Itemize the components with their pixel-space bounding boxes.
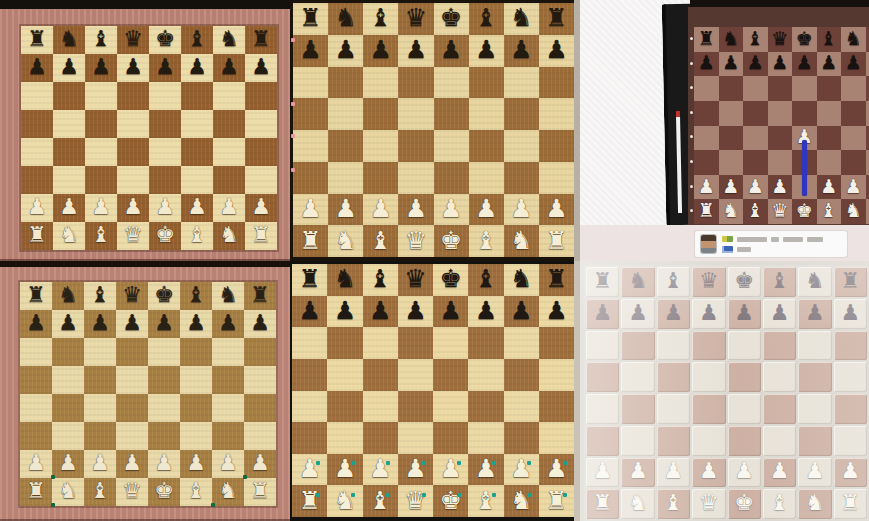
black-pawn[interactable]: ♟	[91, 56, 111, 78]
square-f2[interactable]: ♟	[181, 194, 213, 222]
white-pawn[interactable]: ♟	[370, 196, 392, 221]
black-bishop[interactable]: ♝	[90, 284, 110, 306]
white-bishop[interactable]: ♝	[770, 492, 790, 514]
square-d6[interactable]	[117, 82, 149, 110]
square-h7[interactable]: ♟	[245, 54, 277, 82]
white-pawn[interactable]: ♟	[58, 452, 78, 474]
square-e5[interactable]	[149, 110, 181, 138]
black-pawn[interactable]: ♟	[299, 37, 321, 62]
square-g6[interactable]	[841, 76, 866, 101]
white-pawn[interactable]: ♟	[747, 177, 764, 196]
square-c6[interactable]	[84, 338, 116, 366]
square-h7[interactable]: ♟	[834, 299, 867, 329]
black-pawn[interactable]: ♟	[186, 312, 206, 334]
square-g5[interactable]	[841, 101, 866, 126]
square-b4[interactable]	[328, 130, 363, 162]
square-g6[interactable]	[504, 327, 539, 359]
square-f6[interactable]	[180, 338, 212, 366]
black-pawn[interactable]: ♟	[155, 56, 175, 78]
white-pawn[interactable]: ♟	[405, 196, 427, 221]
black-pawn[interactable]: ♟	[334, 37, 356, 62]
square-g1[interactable]: ♞	[213, 222, 245, 250]
white-knight[interactable]: ♞	[628, 492, 648, 514]
black-knight[interactable]: ♞	[219, 28, 239, 50]
square-f8[interactable]: ♝	[181, 26, 213, 54]
white-rook[interactable]: ♜	[250, 480, 270, 502]
square-a7[interactable]: ♟	[694, 52, 719, 77]
square-a6[interactable]	[292, 327, 327, 359]
square-f3[interactable]	[469, 162, 504, 194]
white-knight[interactable]: ♞	[722, 201, 739, 220]
square-b1[interactable]: ♞	[719, 199, 744, 224]
square-d1[interactable]: ♛	[117, 222, 149, 250]
square-h2[interactable]: ♟	[866, 175, 869, 200]
black-bishop[interactable]: ♝	[475, 5, 497, 30]
square-d1[interactable]: ♛	[398, 225, 433, 257]
square-c8[interactable]: ♝	[743, 27, 768, 52]
white-pawn[interactable]: ♟	[59, 196, 79, 218]
square-h4[interactable]	[539, 391, 574, 423]
square-b6[interactable]	[327, 327, 362, 359]
white-king[interactable]: ♚	[440, 228, 462, 253]
black-bishop[interactable]: ♝	[187, 28, 207, 50]
square-e6[interactable]	[433, 327, 468, 359]
square-a2[interactable]: ♟	[20, 450, 52, 478]
square-f7[interactable]: ♟	[468, 296, 503, 328]
square-g2[interactable]: ♟	[504, 454, 539, 486]
black-rook[interactable]: ♜	[26, 284, 46, 306]
square-b8[interactable]: ♞	[327, 264, 362, 296]
square-d7[interactable]: ♟	[116, 310, 148, 338]
square-c6[interactable]	[363, 67, 398, 99]
square-a6[interactable]	[21, 82, 53, 110]
square-c5[interactable]	[84, 366, 116, 394]
square-g8[interactable]: ♞	[798, 267, 831, 297]
white-pawn[interactable]: ♟	[545, 456, 567, 481]
square-a5[interactable]	[21, 110, 53, 138]
square-b8[interactable]: ♞	[621, 267, 654, 297]
black-knight[interactable]: ♞	[510, 5, 532, 30]
white-queen[interactable]: ♛	[122, 480, 142, 502]
square-a2[interactable]: ♟	[293, 194, 328, 226]
square-d2[interactable]: ♟	[398, 194, 433, 226]
square-h6[interactable]	[539, 67, 574, 99]
square-g3[interactable]	[504, 422, 539, 454]
square-e3[interactable]	[434, 162, 469, 194]
square-e4[interactable]	[148, 394, 180, 422]
square-h8[interactable]: ♜	[539, 264, 574, 296]
square-f1[interactable]: ♝	[817, 199, 842, 224]
square-h8[interactable]: ♜	[866, 27, 869, 52]
square-e4[interactable]	[434, 130, 469, 162]
square-c5[interactable]	[743, 101, 768, 126]
square-h1[interactable]: ♜	[834, 489, 867, 519]
player-chip[interactable]	[695, 231, 847, 257]
white-pawn[interactable]: ♟	[722, 177, 739, 196]
square-e7[interactable]: ♟	[728, 299, 761, 329]
square-g3[interactable]	[841, 150, 866, 175]
square-d1[interactable]: ♛	[692, 489, 725, 519]
square-f4[interactable]	[468, 391, 503, 423]
square-c5[interactable]	[363, 98, 398, 130]
square-d6[interactable]	[116, 338, 148, 366]
black-pawn[interactable]: ♟	[26, 312, 46, 334]
white-knight[interactable]: ♞	[334, 228, 356, 253]
square-h2[interactable]: ♟	[244, 450, 276, 478]
black-pawn[interactable]: ♟	[845, 53, 862, 72]
square-b4[interactable]	[52, 394, 84, 422]
black-pawn[interactable]: ♟	[439, 298, 461, 323]
square-e1[interactable]: ♚	[434, 225, 469, 257]
square-d3[interactable]	[692, 426, 725, 456]
square-f4[interactable]	[469, 130, 504, 162]
white-pawn[interactable]: ♟	[298, 456, 320, 481]
square-c8[interactable]: ♝	[363, 3, 398, 35]
square-d4[interactable]	[768, 126, 793, 151]
square-b3[interactable]	[53, 166, 85, 194]
black-queen[interactable]: ♛	[771, 29, 788, 48]
white-pawn[interactable]: ♟	[475, 196, 497, 221]
square-a1[interactable]: ♜	[292, 485, 327, 517]
square-f7[interactable]: ♟	[817, 52, 842, 77]
black-rook[interactable]: ♜	[250, 284, 270, 306]
black-pawn[interactable]: ♟	[796, 53, 813, 72]
square-a2[interactable]: ♟	[292, 454, 327, 486]
black-knight[interactable]: ♞	[722, 29, 739, 48]
square-h8[interactable]: ♜	[834, 267, 867, 297]
square-g2[interactable]: ♟	[213, 194, 245, 222]
square-a8[interactable]: ♜	[293, 3, 328, 35]
square-b8[interactable]: ♞	[719, 27, 744, 52]
black-pawn[interactable]: ♟	[699, 302, 719, 324]
square-g8[interactable]: ♞	[212, 282, 244, 310]
square-a7[interactable]: ♟	[586, 299, 619, 329]
white-pawn[interactable]: ♟	[155, 196, 175, 218]
square-c7[interactable]: ♟	[363, 35, 398, 67]
square-a1[interactable]: ♜	[20, 478, 52, 506]
black-pawn[interactable]: ♟	[123, 56, 143, 78]
black-rook[interactable]: ♜	[299, 5, 321, 30]
square-g4[interactable]	[504, 391, 539, 423]
square-g6[interactable]	[504, 67, 539, 99]
square-a1[interactable]: ♜	[694, 199, 719, 224]
square-h3[interactable]	[539, 162, 574, 194]
square-g3[interactable]	[213, 166, 245, 194]
white-bishop[interactable]: ♝	[187, 224, 207, 246]
black-bishop[interactable]: ♝	[747, 29, 764, 48]
square-e7[interactable]: ♟	[149, 54, 181, 82]
square-f8[interactable]: ♝	[817, 27, 842, 52]
square-b3[interactable]	[327, 422, 362, 454]
square-g2[interactable]: ♟	[798, 458, 831, 488]
square-e4[interactable]	[433, 391, 468, 423]
square-a4[interactable]	[694, 126, 719, 151]
square-g7[interactable]: ♟	[504, 35, 539, 67]
white-bishop[interactable]: ♝	[91, 224, 111, 246]
square-c4[interactable]	[84, 394, 116, 422]
black-pawn[interactable]: ♟	[545, 37, 567, 62]
square-e5[interactable]	[148, 366, 180, 394]
white-pawn[interactable]: ♟	[475, 456, 497, 481]
white-pawn[interactable]: ♟	[219, 196, 239, 218]
square-b7[interactable]: ♟	[719, 52, 744, 77]
black-pawn[interactable]: ♟	[90, 312, 110, 334]
square-a3[interactable]	[292, 422, 327, 454]
square-c1[interactable]: ♝	[84, 478, 116, 506]
square-f5[interactable]	[763, 362, 796, 392]
square-d3[interactable]	[398, 162, 433, 194]
square-b5[interactable]	[53, 110, 85, 138]
square-a4[interactable]	[21, 138, 53, 166]
black-pawn[interactable]: ♟	[510, 37, 532, 62]
square-f3[interactable]	[763, 426, 796, 456]
square-h7[interactable]: ♟	[866, 52, 869, 77]
white-rook[interactable]: ♜	[840, 492, 860, 514]
square-g7[interactable]: ♟	[212, 310, 244, 338]
square-d6[interactable]	[768, 76, 793, 101]
square-f8[interactable]: ♝	[468, 264, 503, 296]
white-pawn[interactable]: ♟	[440, 196, 462, 221]
white-bishop[interactable]: ♝	[475, 228, 497, 253]
black-rook[interactable]: ♜	[27, 28, 47, 50]
square-d8[interactable]: ♛	[398, 264, 433, 296]
white-pawn[interactable]: ♟	[593, 460, 613, 482]
white-pawn[interactable]: ♟	[91, 196, 111, 218]
black-queen[interactable]: ♛	[122, 284, 142, 306]
square-c3[interactable]	[85, 166, 117, 194]
square-b4[interactable]	[53, 138, 85, 166]
black-bishop[interactable]: ♝	[370, 5, 392, 30]
square-g8[interactable]: ♞	[504, 3, 539, 35]
square-d1[interactable]: ♛	[768, 199, 793, 224]
white-pawn[interactable]: ♟	[122, 452, 142, 474]
square-h3[interactable]	[244, 422, 276, 450]
white-pawn[interactable]: ♟	[299, 196, 321, 221]
square-h3[interactable]	[245, 166, 277, 194]
square-h4[interactable]	[866, 126, 869, 151]
square-e8[interactable]: ♚	[434, 3, 469, 35]
square-b4[interactable]	[719, 126, 744, 151]
black-pawn[interactable]: ♟	[27, 56, 47, 78]
square-d3[interactable]	[117, 166, 149, 194]
square-c5[interactable]	[363, 359, 398, 391]
square-c6[interactable]	[85, 82, 117, 110]
black-rook[interactable]: ♜	[298, 266, 320, 291]
square-b8[interactable]: ♞	[53, 26, 85, 54]
square-g4[interactable]	[798, 394, 831, 424]
black-pawn[interactable]: ♟	[122, 312, 142, 334]
black-pawn[interactable]: ♟	[593, 302, 613, 324]
square-h4[interactable]	[834, 394, 867, 424]
white-pawn[interactable]: ♟	[404, 456, 426, 481]
black-pawn[interactable]: ♟	[771, 53, 788, 72]
white-knight[interactable]: ♞	[218, 480, 238, 502]
square-f1[interactable]: ♝	[469, 225, 504, 257]
square-e7[interactable]: ♟	[433, 296, 468, 328]
square-a4[interactable]	[586, 394, 619, 424]
square-e8[interactable]: ♚	[148, 282, 180, 310]
square-g6[interactable]	[212, 338, 244, 366]
square-d7[interactable]: ♟	[398, 35, 433, 67]
square-b6[interactable]	[53, 82, 85, 110]
square-b6[interactable]	[328, 67, 363, 99]
square-g3[interactable]	[798, 426, 831, 456]
white-pawn[interactable]: ♟	[218, 452, 238, 474]
square-a7[interactable]: ♟	[21, 54, 53, 82]
square-e3[interactable]	[148, 422, 180, 450]
square-h7[interactable]: ♟	[539, 35, 574, 67]
square-g2[interactable]: ♟	[212, 450, 244, 478]
square-a4[interactable]	[292, 391, 327, 423]
square-a5[interactable]	[20, 366, 52, 394]
square-f6[interactable]	[817, 76, 842, 101]
square-d7[interactable]: ♟	[398, 296, 433, 328]
white-pawn[interactable]: ♟	[698, 177, 715, 196]
black-pawn[interactable]: ♟	[510, 298, 532, 323]
white-rook[interactable]: ♜	[698, 201, 715, 220]
black-pawn[interactable]: ♟	[219, 56, 239, 78]
square-e5[interactable]	[792, 101, 817, 126]
square-c7[interactable]: ♟	[657, 299, 690, 329]
square-e6[interactable]	[728, 331, 761, 361]
black-king[interactable]: ♚	[440, 5, 462, 30]
white-queen[interactable]: ♛	[771, 201, 788, 220]
black-pawn[interactable]: ♟	[370, 37, 392, 62]
white-bishop[interactable]: ♝	[747, 201, 764, 220]
square-f6[interactable]	[181, 82, 213, 110]
black-pawn[interactable]: ♟	[59, 56, 79, 78]
square-e2[interactable]: ♟	[728, 458, 761, 488]
white-pawn[interactable]: ♟	[510, 196, 532, 221]
square-f8[interactable]: ♝	[763, 267, 796, 297]
white-bishop[interactable]: ♝	[186, 480, 206, 502]
white-pawn[interactable]: ♟	[187, 196, 207, 218]
white-pawn[interactable]: ♟	[770, 460, 790, 482]
square-e7[interactable]: ♟	[434, 35, 469, 67]
black-bishop[interactable]: ♝	[770, 270, 790, 292]
square-b3[interactable]	[328, 162, 363, 194]
square-e6[interactable]	[148, 338, 180, 366]
square-h3[interactable]	[539, 422, 574, 454]
white-knight[interactable]: ♞	[805, 492, 825, 514]
white-pawn[interactable]: ♟	[369, 456, 391, 481]
square-e8[interactable]: ♚	[149, 26, 181, 54]
black-pawn[interactable]: ♟	[628, 302, 648, 324]
square-g7[interactable]: ♟	[213, 54, 245, 82]
square-d8[interactable]: ♛	[692, 267, 725, 297]
black-pawn[interactable]: ♟	[698, 53, 715, 72]
white-king[interactable]: ♚	[155, 224, 175, 246]
square-b7[interactable]: ♟	[621, 299, 654, 329]
square-g6[interactable]	[213, 82, 245, 110]
black-pawn[interactable]: ♟	[187, 56, 207, 78]
square-h6[interactable]	[834, 331, 867, 361]
square-h4[interactable]	[244, 394, 276, 422]
square-h1[interactable]: ♜	[539, 485, 574, 517]
square-f1[interactable]: ♝	[763, 489, 796, 519]
square-d5[interactable]	[692, 362, 725, 392]
white-pawn[interactable]: ♟	[26, 452, 46, 474]
white-bishop[interactable]: ♝	[369, 488, 391, 513]
white-knight[interactable]: ♞	[845, 201, 862, 220]
white-pawn[interactable]: ♟	[334, 456, 356, 481]
square-d7[interactable]: ♟	[768, 52, 793, 77]
square-a8[interactable]: ♜	[292, 264, 327, 296]
square-g4[interactable]	[841, 126, 866, 151]
black-pawn[interactable]: ♟	[475, 37, 497, 62]
square-c1[interactable]: ♝	[363, 225, 398, 257]
square-e2[interactable]: ♟	[148, 450, 180, 478]
white-pawn[interactable]: ♟	[771, 177, 788, 196]
square-a7[interactable]: ♟	[293, 35, 328, 67]
white-bishop[interactable]: ♝	[664, 492, 684, 514]
white-knight[interactable]: ♞	[510, 488, 532, 513]
white-pawn[interactable]: ♟	[27, 196, 47, 218]
square-c6[interactable]	[743, 76, 768, 101]
square-b2[interactable]: ♟	[52, 450, 84, 478]
square-d2[interactable]: ♟	[692, 458, 725, 488]
square-c3[interactable]	[743, 150, 768, 175]
white-pawn[interactable]: ♟	[251, 196, 271, 218]
square-e1[interactable]: ♚	[792, 199, 817, 224]
square-f5[interactable]	[181, 110, 213, 138]
black-pawn[interactable]: ♟	[722, 53, 739, 72]
square-c6[interactable]	[657, 331, 690, 361]
square-h1[interactable]: ♜	[245, 222, 277, 250]
square-b5[interactable]	[52, 366, 84, 394]
square-d6[interactable]	[398, 327, 433, 359]
black-pawn[interactable]: ♟	[747, 53, 764, 72]
square-d2[interactable]: ♟	[398, 454, 433, 486]
square-d6[interactable]	[692, 331, 725, 361]
square-h8[interactable]: ♜	[245, 26, 277, 54]
black-pawn[interactable]: ♟	[475, 298, 497, 323]
square-a8[interactable]: ♜	[20, 282, 52, 310]
square-f3[interactable]	[468, 422, 503, 454]
black-bishop[interactable]: ♝	[820, 29, 837, 48]
square-b5[interactable]	[621, 362, 654, 392]
square-f2[interactable]: ♟	[763, 458, 796, 488]
square-d4[interactable]	[692, 394, 725, 424]
black-pawn[interactable]: ♟	[251, 56, 271, 78]
square-g1[interactable]: ♞	[212, 478, 244, 506]
square-d8[interactable]: ♛	[116, 282, 148, 310]
square-h1[interactable]: ♜	[866, 199, 869, 224]
square-d3[interactable]	[768, 150, 793, 175]
square-e1[interactable]: ♚	[149, 222, 181, 250]
square-a4[interactable]	[20, 394, 52, 422]
square-d4[interactable]	[398, 130, 433, 162]
white-rook[interactable]: ♜	[593, 492, 613, 514]
square-g2[interactable]: ♟	[841, 175, 866, 200]
square-c2[interactable]: ♟	[363, 194, 398, 226]
square-f4[interactable]	[181, 138, 213, 166]
square-e8[interactable]: ♚	[792, 27, 817, 52]
white-pawn[interactable]: ♟	[510, 456, 532, 481]
square-b8[interactable]: ♞	[52, 282, 84, 310]
square-e7[interactable]: ♟	[792, 52, 817, 77]
square-d4[interactable]	[116, 394, 148, 422]
white-pawn[interactable]: ♟	[334, 196, 356, 221]
white-queen[interactable]: ♛	[123, 224, 143, 246]
square-d8[interactable]: ♛	[768, 27, 793, 52]
black-bishop[interactable]: ♝	[369, 266, 391, 291]
square-h6[interactable]	[866, 76, 869, 101]
square-d4[interactable]	[117, 138, 149, 166]
black-bishop[interactable]: ♝	[475, 266, 497, 291]
square-a7[interactable]: ♟	[292, 296, 327, 328]
square-e5[interactable]	[728, 362, 761, 392]
